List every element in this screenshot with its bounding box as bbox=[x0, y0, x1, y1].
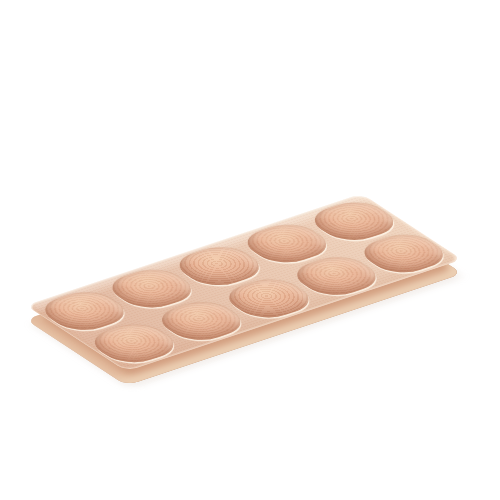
product-photo bbox=[0, 0, 500, 500]
